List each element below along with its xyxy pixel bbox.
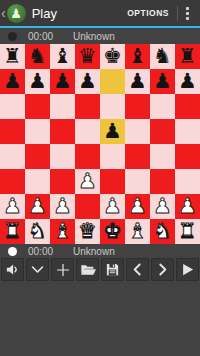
black-pawn: ♟ [3, 69, 22, 94]
square-d1[interactable]: ♛ [75, 219, 100, 244]
black-knight: ♞ [28, 44, 47, 69]
black-clock: 00:00 [28, 31, 60, 42]
square-c3[interactable] [50, 169, 75, 194]
square-g7[interactable]: ♟ [150, 69, 175, 94]
white-pawn: ♟ [78, 169, 97, 194]
square-b8[interactable]: ♞ [25, 44, 50, 69]
black-player-bar: 00:00 Unknown [0, 28, 200, 44]
square-a7[interactable]: ♟ [0, 69, 25, 94]
options-button[interactable]: OPTIONS [119, 0, 177, 26]
square-a5[interactable] [0, 119, 25, 144]
black-rook: ♜ [178, 44, 197, 69]
square-a2[interactable]: ♟ [0, 194, 25, 219]
chevron-down-icon [30, 262, 45, 277]
new-game-button[interactable] [51, 258, 74, 281]
square-b3[interactable] [25, 169, 50, 194]
collapse-button[interactable] [26, 258, 49, 281]
white-pawn: ♟ [178, 194, 197, 219]
black-pawn: ♟ [78, 69, 97, 94]
chess-board[interactable]: ♜♞♝♛♚♝♞♜♟♟♟♟♟♟♟♟♟♟♟♟♟♟♟♟♜♞♝♛♚♝♞♜ [0, 44, 200, 244]
load-button[interactable] [76, 258, 99, 281]
square-f2[interactable]: ♟ [125, 194, 150, 219]
square-d3[interactable]: ♟ [75, 169, 100, 194]
white-queen: ♛ [78, 219, 97, 244]
square-c4[interactable] [50, 144, 75, 169]
square-g3[interactable] [150, 169, 175, 194]
square-d8[interactable]: ♛ [75, 44, 100, 69]
black-turn-indicator [8, 32, 17, 41]
square-h7[interactable]: ♟ [175, 69, 200, 94]
square-b5[interactable] [25, 119, 50, 144]
vertical-ellipsis-icon [186, 7, 189, 10]
chevron-right-icon [155, 262, 170, 277]
toolbar [0, 258, 200, 281]
square-h8[interactable]: ♜ [175, 44, 200, 69]
black-pawn: ♟ [28, 69, 47, 94]
square-f3[interactable] [125, 169, 150, 194]
volume-button[interactable] [1, 258, 24, 281]
square-g2[interactable]: ♟ [150, 194, 175, 219]
square-d2[interactable] [75, 194, 100, 219]
black-rook: ♜ [3, 44, 22, 69]
square-e7[interactable] [100, 69, 125, 94]
open-folder-icon [80, 262, 96, 278]
square-d5[interactable] [75, 119, 100, 144]
chevron-left-icon [130, 262, 145, 277]
black-knight: ♞ [153, 44, 172, 69]
app-pawn-icon[interactable]: ♟ [7, 4, 26, 23]
square-a6[interactable] [0, 94, 25, 119]
white-clock: 00:00 [28, 246, 60, 257]
square-c5[interactable] [50, 119, 75, 144]
square-f1[interactable]: ♝ [125, 219, 150, 244]
page-title: Play [32, 6, 57, 21]
black-pawn: ♟ [103, 119, 122, 144]
white-pawn: ♟ [153, 194, 172, 219]
square-h1[interactable]: ♜ [175, 219, 200, 244]
square-h6[interactable] [175, 94, 200, 119]
square-f5[interactable] [125, 119, 150, 144]
black-pawn: ♟ [178, 69, 197, 94]
square-g5[interactable] [150, 119, 175, 144]
square-c1[interactable]: ♝ [50, 219, 75, 244]
plus-icon [55, 262, 71, 278]
white-pawn: ♟ [3, 194, 22, 219]
square-a8[interactable]: ♜ [0, 44, 25, 69]
square-f8[interactable]: ♝ [125, 44, 150, 69]
play-triangle-icon [180, 262, 195, 277]
bottom-space [0, 281, 200, 356]
up-caret-icon[interactable]: ‹ [1, 0, 6, 26]
square-g4[interactable] [150, 144, 175, 169]
square-h2[interactable]: ♟ [175, 194, 200, 219]
square-a4[interactable] [0, 144, 25, 169]
black-pawn: ♟ [128, 69, 147, 94]
square-e3[interactable] [100, 169, 125, 194]
forward-button[interactable] [151, 258, 174, 281]
white-king: ♚ [103, 219, 122, 244]
square-d4[interactable] [75, 144, 100, 169]
white-rook: ♜ [178, 219, 197, 244]
square-a3[interactable] [0, 169, 25, 194]
square-c2[interactable]: ♟ [50, 194, 75, 219]
white-bishop: ♝ [128, 219, 147, 244]
square-b7[interactable]: ♟ [25, 69, 50, 94]
white-knight: ♞ [153, 219, 172, 244]
square-f7[interactable]: ♟ [125, 69, 150, 94]
square-d7[interactable]: ♟ [75, 69, 100, 94]
white-player-bar: 00:00 Unknown [0, 244, 200, 258]
square-e6[interactable] [100, 94, 125, 119]
action-bar: ‹ ♟ Play OPTIONS [0, 0, 200, 26]
square-h3[interactable] [175, 169, 200, 194]
white-pawn: ♟ [28, 194, 47, 219]
overflow-menu-button[interactable] [178, 0, 196, 26]
app-window: ‹ ♟ Play OPTIONS 00:00 Unknown ♜♞♝♛♚♝♞♜♟… [0, 0, 200, 356]
square-e4[interactable] [100, 144, 125, 169]
square-b4[interactable] [25, 144, 50, 169]
white-rook: ♜ [3, 219, 22, 244]
square-g6[interactable] [150, 94, 175, 119]
save-button[interactable] [101, 258, 124, 281]
white-player-name: Unknown [73, 246, 115, 257]
white-knight: ♞ [28, 219, 47, 244]
square-b2[interactable]: ♟ [25, 194, 50, 219]
black-queen: ♛ [78, 44, 97, 69]
play-button[interactable] [176, 258, 199, 281]
black-player-name: Unknown [73, 31, 115, 42]
square-h5[interactable] [175, 119, 200, 144]
black-pawn: ♟ [153, 69, 172, 94]
white-pawn: ♟ [103, 194, 122, 219]
square-b1[interactable]: ♞ [25, 219, 50, 244]
square-h4[interactable] [175, 144, 200, 169]
floppy-disk-icon [105, 262, 120, 277]
square-c7[interactable]: ♟ [50, 69, 75, 94]
square-f4[interactable] [125, 144, 150, 169]
square-a1[interactable]: ♜ [0, 219, 25, 244]
speaker-icon [5, 262, 20, 277]
back-button[interactable] [126, 258, 149, 281]
square-e8[interactable]: ♚ [100, 44, 125, 69]
square-f6[interactable] [125, 94, 150, 119]
square-c6[interactable] [50, 94, 75, 119]
white-bishop: ♝ [53, 219, 72, 244]
square-d6[interactable] [75, 94, 100, 119]
black-bishop: ♝ [53, 44, 72, 69]
square-e2[interactable]: ♟ [100, 194, 125, 219]
black-pawn: ♟ [53, 69, 72, 94]
white-pawn: ♟ [53, 194, 72, 219]
square-e1[interactable]: ♚ [100, 219, 125, 244]
square-g8[interactable]: ♞ [150, 44, 175, 69]
white-turn-indicator [8, 247, 17, 256]
square-b6[interactable] [25, 94, 50, 119]
square-e5[interactable]: ♟ [100, 119, 125, 144]
black-king: ♚ [103, 44, 122, 69]
square-g1[interactable]: ♞ [150, 219, 175, 244]
white-pawn: ♟ [128, 194, 147, 219]
square-c8[interactable]: ♝ [50, 44, 75, 69]
black-bishop: ♝ [128, 44, 147, 69]
